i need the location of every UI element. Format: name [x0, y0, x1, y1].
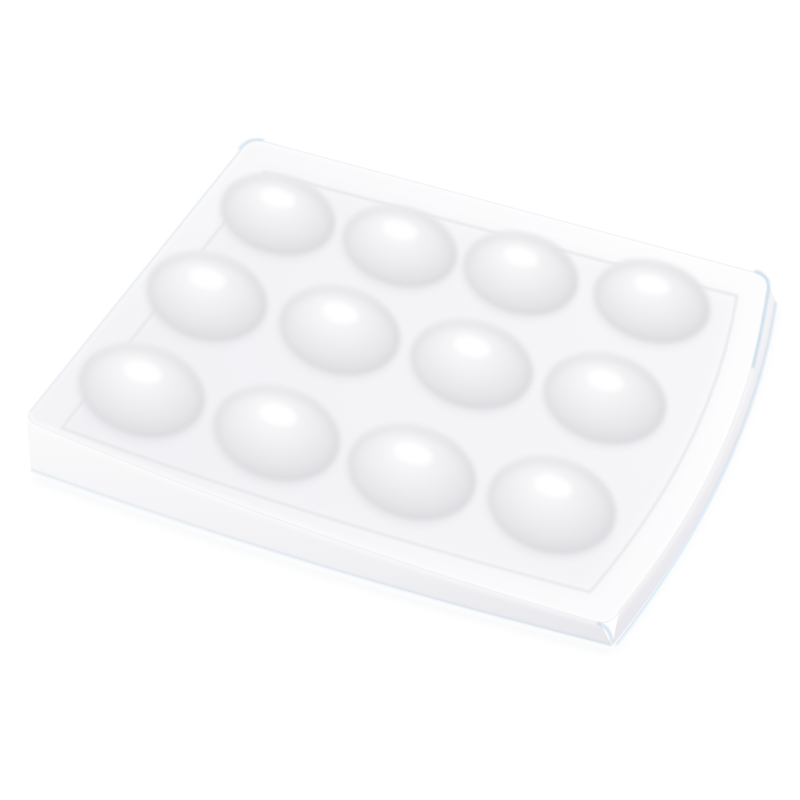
- palette-tray-photo: [0, 0, 800, 800]
- photo-canvas: [0, 0, 800, 800]
